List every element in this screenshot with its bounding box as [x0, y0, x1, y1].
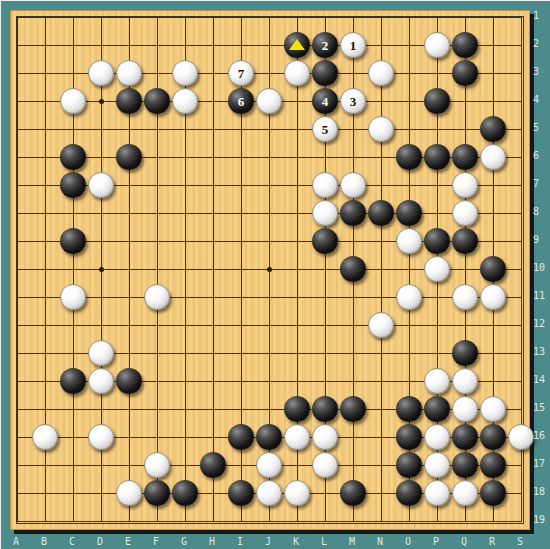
- move-number-label: 2: [322, 39, 329, 52]
- black-stone-N8: [368, 200, 394, 226]
- white-stone-L16: [312, 424, 338, 450]
- star-point: [267, 267, 272, 272]
- black-stone-E4: [116, 88, 142, 114]
- white-stone-K16: [284, 424, 310, 450]
- white-stone-O9: [396, 228, 422, 254]
- white-stone-P17: [424, 452, 450, 478]
- white-stone-Q8: [452, 200, 478, 226]
- black-stone-G18: [172, 480, 198, 506]
- black-stone-O18: [396, 480, 422, 506]
- black-stone-P9: [424, 228, 450, 254]
- white-stone-D16: [88, 424, 114, 450]
- row-label-4: 4: [533, 94, 549, 106]
- black-stone-M18: [340, 480, 366, 506]
- black-stone-C14: [60, 368, 86, 394]
- black-stone-O15: [396, 396, 422, 422]
- black-stone-C6: [60, 144, 86, 170]
- black-stone-I4: 6: [228, 88, 254, 114]
- row-label-13: 13: [533, 346, 549, 358]
- white-stone-R11: [480, 284, 506, 310]
- white-stone-E18: [116, 480, 142, 506]
- black-stone-F18: [144, 480, 170, 506]
- column-label-K: K: [288, 536, 304, 547]
- black-stone-J16: [256, 424, 282, 450]
- black-stone-K15: [284, 396, 310, 422]
- star-point: [99, 267, 104, 272]
- move-number-label: 6: [238, 95, 245, 108]
- row-label-7: 7: [533, 178, 549, 190]
- white-stone-R6: [480, 144, 506, 170]
- black-stone-Q13: [452, 340, 478, 366]
- triangle-marker-icon: [289, 39, 305, 50]
- row-label-9: 9: [533, 234, 549, 246]
- move-number-label: 3: [350, 95, 357, 108]
- black-stone-O8: [396, 200, 422, 226]
- row-label-12: 12: [533, 318, 549, 330]
- row-label-19: 19: [533, 514, 549, 526]
- black-stone-R18: [480, 480, 506, 506]
- black-stone-F4: [144, 88, 170, 114]
- row-label-17: 17: [533, 458, 549, 470]
- column-label-P: P: [428, 536, 444, 547]
- black-stone-E14: [116, 368, 142, 394]
- black-stone-C7: [60, 172, 86, 198]
- black-stone-L3: [312, 60, 338, 86]
- black-stone-R10: [480, 256, 506, 282]
- white-stone-Q14: [452, 368, 478, 394]
- white-stone-L17: [312, 452, 338, 478]
- column-label-E: E: [120, 536, 136, 547]
- row-label-6: 6: [533, 150, 549, 162]
- column-label-J: J: [260, 536, 276, 547]
- window-bevel-left: [0, 0, 1, 549]
- white-stone-D7: [88, 172, 114, 198]
- white-stone-P18: [424, 480, 450, 506]
- white-stone-G4: [172, 88, 198, 114]
- black-stone-R17: [480, 452, 506, 478]
- row-label-18: 18: [533, 486, 549, 498]
- column-label-N: N: [372, 536, 388, 547]
- black-stone-E6: [116, 144, 142, 170]
- black-stone-C9: [60, 228, 86, 254]
- column-label-L: L: [316, 536, 332, 547]
- row-label-1: 1: [533, 10, 549, 22]
- black-stone-K2: [284, 32, 310, 58]
- white-stone-F11: [144, 284, 170, 310]
- white-stone-J4: [256, 88, 282, 114]
- star-point: [99, 99, 104, 104]
- column-label-H: H: [204, 536, 220, 547]
- black-stone-Q6: [452, 144, 478, 170]
- white-stone-P2: [424, 32, 450, 58]
- black-stone-P4: [424, 88, 450, 114]
- move-number-label: 4: [322, 95, 329, 108]
- white-stone-D13: [88, 340, 114, 366]
- row-label-5: 5: [533, 122, 549, 134]
- row-label-16: 16: [533, 430, 549, 442]
- window-bevel-top: [0, 0, 550, 1]
- column-label-D: D: [92, 536, 108, 547]
- white-stone-F17: [144, 452, 170, 478]
- column-label-B: B: [36, 536, 52, 547]
- white-stone-L5: 5: [312, 116, 338, 142]
- white-stone-P10: [424, 256, 450, 282]
- black-stone-Q16: [452, 424, 478, 450]
- white-stone-S16: [508, 424, 534, 450]
- white-stone-M7: [340, 172, 366, 198]
- column-label-A: A: [8, 536, 24, 547]
- column-label-F: F: [148, 536, 164, 547]
- black-stone-L4: 4: [312, 88, 338, 114]
- white-stone-E3: [116, 60, 142, 86]
- column-label-C: C: [64, 536, 80, 547]
- black-stone-R16: [480, 424, 506, 450]
- white-stone-M4: 3: [340, 88, 366, 114]
- black-stone-L2: 2: [312, 32, 338, 58]
- black-stone-O6: [396, 144, 422, 170]
- black-stone-P6: [424, 144, 450, 170]
- column-label-R: R: [484, 536, 500, 547]
- grid-line-horizontal: [17, 521, 522, 522]
- row-label-8: 8: [533, 206, 549, 218]
- column-label-O: O: [400, 536, 416, 547]
- white-stone-N5: [368, 116, 394, 142]
- white-stone-Q15: [452, 396, 478, 422]
- grid-line-horizontal: [17, 325, 522, 326]
- white-stone-Q7: [452, 172, 478, 198]
- grid-line-horizontal: [17, 297, 522, 298]
- row-label-14: 14: [533, 374, 549, 386]
- black-stone-H17: [200, 452, 226, 478]
- white-stone-D3: [88, 60, 114, 86]
- grid-line-vertical: [381, 17, 382, 522]
- white-stone-O11: [396, 284, 422, 310]
- black-stone-Q17: [452, 452, 478, 478]
- black-stone-M10: [340, 256, 366, 282]
- row-label-11: 11: [533, 290, 549, 302]
- black-stone-M8: [340, 200, 366, 226]
- white-stone-K18: [284, 480, 310, 506]
- white-stone-B16: [32, 424, 58, 450]
- white-stone-D14: [88, 368, 114, 394]
- white-stone-J18: [256, 480, 282, 506]
- black-stone-I18: [228, 480, 254, 506]
- column-label-S: S: [512, 536, 528, 547]
- black-stone-L9: [312, 228, 338, 254]
- white-stone-P16: [424, 424, 450, 450]
- row-label-3: 3: [533, 66, 549, 78]
- column-label-G: G: [176, 536, 192, 547]
- black-stone-P15: [424, 396, 450, 422]
- white-stone-I3: 7: [228, 60, 254, 86]
- white-stone-J17: [256, 452, 282, 478]
- go-board[interactable]: 2176435: [10, 10, 530, 530]
- white-stone-N12: [368, 312, 394, 338]
- white-stone-R15: [480, 396, 506, 422]
- move-number-label: 5: [322, 123, 329, 136]
- move-number-label: 1: [350, 39, 357, 52]
- column-label-Q: Q: [456, 536, 472, 547]
- white-stone-P14: [424, 368, 450, 394]
- white-stone-C11: [60, 284, 86, 310]
- black-stone-R5: [480, 116, 506, 142]
- column-label-M: M: [344, 536, 360, 547]
- black-stone-M15: [340, 396, 366, 422]
- white-stone-K3: [284, 60, 310, 86]
- black-stone-Q2: [452, 32, 478, 58]
- black-stone-Q9: [452, 228, 478, 254]
- row-label-10: 10: [533, 262, 549, 274]
- white-stone-C4: [60, 88, 86, 114]
- black-stone-O16: [396, 424, 422, 450]
- row-label-2: 2: [533, 38, 549, 50]
- white-stone-G3: [172, 60, 198, 86]
- white-stone-M2: 1: [340, 32, 366, 58]
- black-stone-O17: [396, 452, 422, 478]
- black-stone-Q3: [452, 60, 478, 86]
- white-stone-Q18: [452, 480, 478, 506]
- black-stone-L15: [312, 396, 338, 422]
- column-label-I: I: [232, 536, 248, 547]
- move-number-label: 7: [238, 67, 245, 80]
- row-label-15: 15: [533, 402, 549, 414]
- white-stone-L8: [312, 200, 338, 226]
- white-stone-L7: [312, 172, 338, 198]
- black-stone-I16: [228, 424, 254, 450]
- white-stone-Q11: [452, 284, 478, 310]
- white-stone-N3: [368, 60, 394, 86]
